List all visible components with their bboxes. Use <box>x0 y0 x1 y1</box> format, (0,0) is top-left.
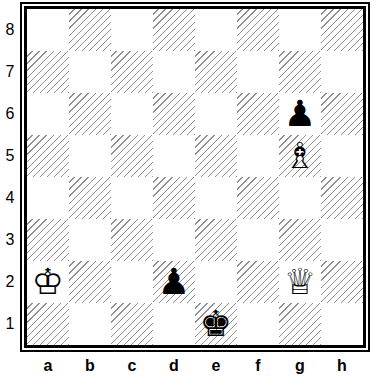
rank-label-6: 6 <box>0 93 20 135</box>
file-label-c: c <box>111 353 153 379</box>
square-e2[interactable] <box>195 261 237 303</box>
square-a6[interactable] <box>27 93 69 135</box>
square-f2[interactable] <box>237 261 279 303</box>
square-h2[interactable] <box>321 261 363 303</box>
square-d3[interactable] <box>153 219 195 261</box>
square-h5[interactable] <box>321 135 363 177</box>
square-e3[interactable] <box>195 219 237 261</box>
square-f6[interactable] <box>237 93 279 135</box>
square-d5[interactable] <box>153 135 195 177</box>
rank-label-7: 7 <box>0 51 20 93</box>
square-a7[interactable] <box>27 51 69 93</box>
square-g5[interactable]: ♗ <box>279 135 321 177</box>
square-a2[interactable]: ♔ <box>27 261 69 303</box>
square-f4[interactable] <box>237 177 279 219</box>
square-f8[interactable] <box>237 9 279 51</box>
file-label-h: h <box>321 353 363 379</box>
square-h4[interactable] <box>321 177 363 219</box>
square-d1[interactable] <box>153 303 195 345</box>
square-h8[interactable] <box>321 9 363 51</box>
chess-diagram: 87654321 ♟♗♔♟♕♚ abcdefgh <box>0 0 384 387</box>
square-f3[interactable] <box>237 219 279 261</box>
black-pawn-d2[interactable]: ♟ <box>158 261 190 303</box>
square-d8[interactable] <box>153 9 195 51</box>
square-f7[interactable] <box>237 51 279 93</box>
square-e5[interactable] <box>195 135 237 177</box>
white-queen-g2[interactable]: ♕ <box>284 261 316 303</box>
file-label-e: e <box>195 353 237 379</box>
square-d2[interactable]: ♟ <box>153 261 195 303</box>
square-g4[interactable] <box>279 177 321 219</box>
rank-label-1: 1 <box>0 303 20 345</box>
rank-label-3: 3 <box>0 219 20 261</box>
square-b1[interactable] <box>69 303 111 345</box>
square-c4[interactable] <box>111 177 153 219</box>
square-c6[interactable] <box>111 93 153 135</box>
square-c3[interactable] <box>111 219 153 261</box>
square-b6[interactable] <box>69 93 111 135</box>
square-a8[interactable] <box>27 9 69 51</box>
square-b3[interactable] <box>69 219 111 261</box>
square-b2[interactable] <box>69 261 111 303</box>
square-e1[interactable]: ♚ <box>195 303 237 345</box>
square-c2[interactable] <box>111 261 153 303</box>
square-g6[interactable]: ♟ <box>279 93 321 135</box>
square-c7[interactable] <box>111 51 153 93</box>
file-label-f: f <box>237 353 279 379</box>
square-c1[interactable] <box>111 303 153 345</box>
square-g8[interactable] <box>279 9 321 51</box>
square-g3[interactable] <box>279 219 321 261</box>
square-d4[interactable] <box>153 177 195 219</box>
square-e7[interactable] <box>195 51 237 93</box>
square-e6[interactable] <box>195 93 237 135</box>
square-c5[interactable] <box>111 135 153 177</box>
square-g2[interactable]: ♕ <box>279 261 321 303</box>
square-a3[interactable] <box>27 219 69 261</box>
square-h1[interactable] <box>321 303 363 345</box>
file-label-d: d <box>153 353 195 379</box>
rank-label-4: 4 <box>0 177 20 219</box>
black-king-e1[interactable]: ♚ <box>200 303 232 345</box>
board-frame: ♟♗♔♟♕♚ <box>20 2 370 352</box>
chess-board: ♟♗♔♟♕♚ <box>27 9 363 345</box>
rank-label-2: 2 <box>0 261 20 303</box>
board-border: ♟♗♔♟♕♚ <box>24 6 366 348</box>
white-bishop-g5[interactable]: ♗ <box>284 135 316 177</box>
rank-label-8: 8 <box>0 9 20 51</box>
square-b8[interactable] <box>69 9 111 51</box>
white-king-a2[interactable]: ♔ <box>32 261 64 303</box>
file-label-a: a <box>27 353 69 379</box>
file-label-g: g <box>279 353 321 379</box>
file-label-b: b <box>69 353 111 379</box>
square-f5[interactable] <box>237 135 279 177</box>
square-b7[interactable] <box>69 51 111 93</box>
black-pawn-g6[interactable]: ♟ <box>284 93 316 135</box>
square-f1[interactable] <box>237 303 279 345</box>
square-e4[interactable] <box>195 177 237 219</box>
square-h3[interactable] <box>321 219 363 261</box>
square-d6[interactable] <box>153 93 195 135</box>
square-d7[interactable] <box>153 51 195 93</box>
rank-label-5: 5 <box>0 135 20 177</box>
square-g1[interactable] <box>279 303 321 345</box>
square-g7[interactable] <box>279 51 321 93</box>
square-b5[interactable] <box>69 135 111 177</box>
square-a1[interactable] <box>27 303 69 345</box>
square-a5[interactable] <box>27 135 69 177</box>
square-h6[interactable] <box>321 93 363 135</box>
file-labels: abcdefgh <box>27 353 363 379</box>
square-h7[interactable] <box>321 51 363 93</box>
square-b4[interactable] <box>69 177 111 219</box>
square-c8[interactable] <box>111 9 153 51</box>
square-a4[interactable] <box>27 177 69 219</box>
rank-labels: 87654321 <box>0 9 20 345</box>
square-e8[interactable] <box>195 9 237 51</box>
